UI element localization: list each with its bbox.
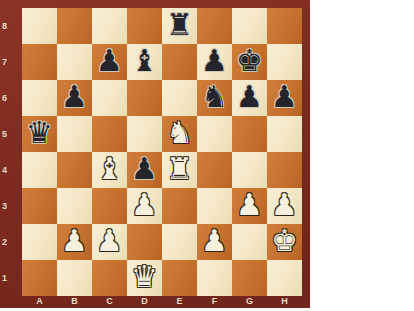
piece-white-pawn: ♟ <box>236 190 263 220</box>
square-h5[interactable] <box>267 116 302 152</box>
square-h4[interactable] <box>267 152 302 188</box>
piece-black-knight: ♞ <box>201 82 228 112</box>
square-f6[interactable]: ♞ <box>197 80 232 116</box>
rank-label-7: 7 <box>2 44 16 80</box>
square-f2[interactable]: ♟ <box>197 224 232 260</box>
square-d7[interactable]: ♝ <box>127 44 162 80</box>
square-c2[interactable]: ♟ <box>92 224 127 260</box>
piece-black-bishop: ♝ <box>131 46 158 76</box>
square-h6[interactable]: ♟ <box>267 80 302 116</box>
square-h7[interactable] <box>267 44 302 80</box>
square-h8[interactable] <box>267 8 302 44</box>
piece-white-king: ♚ <box>271 226 298 256</box>
square-c7[interactable]: ♟ <box>92 44 127 80</box>
piece-black-rook: ♜ <box>166 10 193 40</box>
square-f8[interactable] <box>197 8 232 44</box>
piece-black-pawn: ♟ <box>236 82 263 112</box>
square-d1[interactable]: ♛ <box>127 260 162 296</box>
square-g1[interactable] <box>232 260 267 296</box>
square-a3[interactable] <box>22 188 57 224</box>
square-e2[interactable] <box>162 224 197 260</box>
piece-white-pawn: ♟ <box>131 190 158 220</box>
square-e4[interactable]: ♜ <box>162 152 197 188</box>
file-label-h: H <box>267 295 302 308</box>
piece-white-pawn: ♟ <box>271 190 298 220</box>
square-g5[interactable] <box>232 116 267 152</box>
rank-label-2: 2 <box>2 224 16 260</box>
piece-black-queen: ♛ <box>26 118 53 148</box>
file-label-a: A <box>22 295 57 308</box>
square-g4[interactable] <box>232 152 267 188</box>
square-f7[interactable]: ♟ <box>197 44 232 80</box>
page: ♜♟♝♟♚♟♞♟♟♛♞♝♟♜♟♟♟♟♟♟♚♛ 87654321 ABCDEFGH <box>0 0 414 311</box>
square-b8[interactable] <box>57 8 92 44</box>
file-label-g: G <box>232 295 267 308</box>
square-c8[interactable] <box>92 8 127 44</box>
square-f4[interactable] <box>197 152 232 188</box>
square-d8[interactable] <box>127 8 162 44</box>
square-e5[interactable]: ♞ <box>162 116 197 152</box>
square-g7[interactable]: ♚ <box>232 44 267 80</box>
rank-label-4: 4 <box>2 152 16 188</box>
file-label-d: D <box>127 295 162 308</box>
piece-white-pawn: ♟ <box>96 226 123 256</box>
rank-label-1: 1 <box>2 260 16 296</box>
square-c6[interactable] <box>92 80 127 116</box>
square-b2[interactable]: ♟ <box>57 224 92 260</box>
square-g2[interactable] <box>232 224 267 260</box>
rank-label-8: 8 <box>2 8 16 44</box>
square-b6[interactable]: ♟ <box>57 80 92 116</box>
piece-black-pawn: ♟ <box>201 46 228 76</box>
file-label-b: B <box>57 295 92 308</box>
square-c5[interactable] <box>92 116 127 152</box>
square-b7[interactable] <box>57 44 92 80</box>
square-c1[interactable] <box>92 260 127 296</box>
square-d2[interactable] <box>127 224 162 260</box>
square-g6[interactable]: ♟ <box>232 80 267 116</box>
piece-black-pawn: ♟ <box>61 82 88 112</box>
file-label-f: F <box>197 295 232 308</box>
piece-white-rook: ♜ <box>166 154 193 184</box>
square-c3[interactable] <box>92 188 127 224</box>
square-g3[interactable]: ♟ <box>232 188 267 224</box>
rank-label-3: 3 <box>2 188 16 224</box>
rank-label-6: 6 <box>2 80 16 116</box>
square-b4[interactable] <box>57 152 92 188</box>
square-c4[interactable]: ♝ <box>92 152 127 188</box>
square-a6[interactable] <box>22 80 57 116</box>
rank-label-5: 5 <box>2 116 16 152</box>
square-h1[interactable] <box>267 260 302 296</box>
square-d6[interactable] <box>127 80 162 116</box>
square-a5[interactable]: ♛ <box>22 116 57 152</box>
piece-black-pawn: ♟ <box>271 82 298 112</box>
square-e3[interactable] <box>162 188 197 224</box>
square-a1[interactable] <box>22 260 57 296</box>
piece-black-king: ♚ <box>236 46 263 76</box>
chess-board: ♜♟♝♟♚♟♞♟♟♛♞♝♟♜♟♟♟♟♟♟♚♛ 87654321 ABCDEFGH <box>0 0 310 308</box>
square-e8[interactable]: ♜ <box>162 8 197 44</box>
piece-white-knight: ♞ <box>166 118 193 148</box>
piece-black-pawn: ♟ <box>96 46 123 76</box>
square-e7[interactable] <box>162 44 197 80</box>
piece-black-pawn: ♟ <box>131 154 158 184</box>
piece-white-queen: ♛ <box>131 262 158 292</box>
square-d4[interactable]: ♟ <box>127 152 162 188</box>
square-b1[interactable] <box>57 260 92 296</box>
square-a2[interactable] <box>22 224 57 260</box>
square-b3[interactable] <box>57 188 92 224</box>
square-a7[interactable] <box>22 44 57 80</box>
square-a8[interactable] <box>22 8 57 44</box>
square-d5[interactable] <box>127 116 162 152</box>
square-b5[interactable] <box>57 116 92 152</box>
square-h2[interactable]: ♚ <box>267 224 302 260</box>
square-f1[interactable] <box>197 260 232 296</box>
file-label-c: C <box>92 295 127 308</box>
board-squares: ♜♟♝♟♚♟♞♟♟♛♞♝♟♜♟♟♟♟♟♟♚♛ <box>22 8 302 296</box>
piece-white-bishop: ♝ <box>96 154 123 184</box>
square-e6[interactable] <box>162 80 197 116</box>
square-f3[interactable] <box>197 188 232 224</box>
square-h3[interactable]: ♟ <box>267 188 302 224</box>
square-e1[interactable] <box>162 260 197 296</box>
piece-white-pawn: ♟ <box>61 226 88 256</box>
file-label-e: E <box>162 295 197 308</box>
square-d3[interactable]: ♟ <box>127 188 162 224</box>
square-f5[interactable] <box>197 116 232 152</box>
square-g8[interactable] <box>232 8 267 44</box>
square-a4[interactable] <box>22 152 57 188</box>
piece-white-pawn: ♟ <box>201 226 228 256</box>
